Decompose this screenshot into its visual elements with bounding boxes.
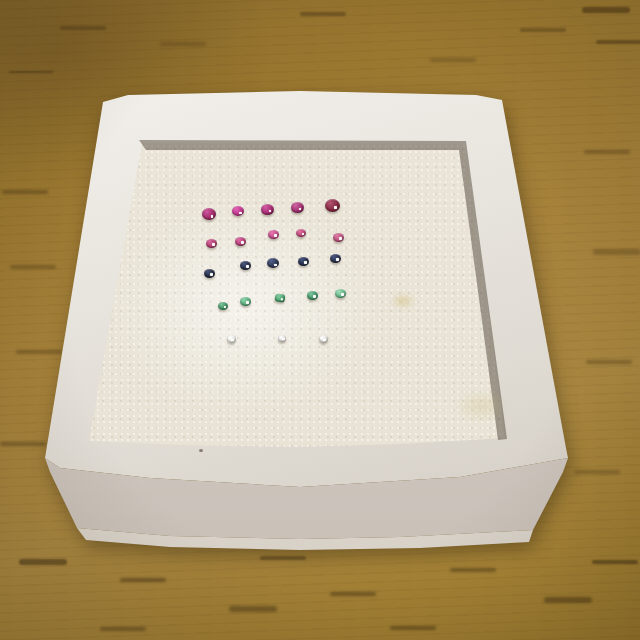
- emeralds-row-stone-3: [274, 293, 285, 302]
- sapphires-row-stone-5: [330, 254, 341, 263]
- rubies-row-2-stone-1: [206, 239, 217, 248]
- rubies-row-1-stone-1: [202, 208, 216, 220]
- rubies-row-2-stone-5: [333, 233, 344, 242]
- diamonds-row-stone-3: [319, 335, 328, 343]
- rubies-row-1-stone-5: [325, 199, 340, 212]
- rubies-row-2-stone-3: [268, 230, 279, 239]
- sapphires-row-stone-2: [240, 261, 251, 270]
- sapphires-row-stone-4: [298, 257, 309, 266]
- emeralds-row-stone-1: [218, 302, 228, 310]
- photo-scene: [0, 0, 640, 640]
- emeralds-row-stone-5: [335, 289, 346, 298]
- rubies-row-2-stone-2: [235, 237, 246, 246]
- emeralds-row-stone-2: [240, 297, 251, 306]
- sapphires-row-stone-3: [267, 258, 279, 268]
- rubies-row-1-stone-4: [291, 202, 304, 213]
- rubies-row-1-stone-2: [232, 206, 244, 216]
- gem-display-box: [0, 0, 640, 640]
- sapphires-row-stone-1: [204, 269, 215, 278]
- diamonds-row-stone-1: [227, 335, 236, 343]
- rubies-row-1-stone-3: [261, 204, 274, 215]
- gem-grid: [0, 0, 640, 640]
- rubies-row-2-stone-4: [296, 229, 306, 237]
- diamonds-row-stone-2: [278, 335, 286, 342]
- emeralds-row-stone-4: [307, 291, 318, 300]
